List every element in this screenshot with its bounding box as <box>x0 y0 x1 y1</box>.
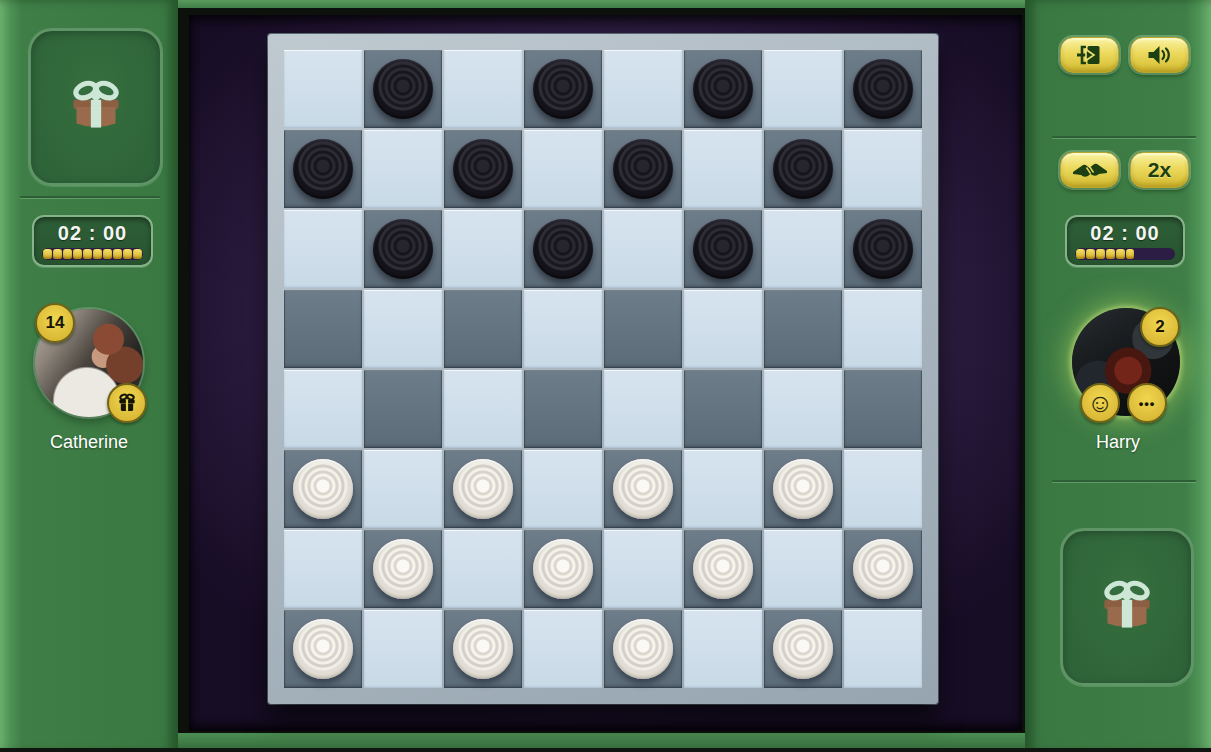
square-e4[interactable] <box>604 370 682 448</box>
right-timer-time: 02 : 00 <box>1090 222 1159 245</box>
square-d4[interactable] <box>524 370 602 448</box>
timer-segment <box>1135 249 1144 259</box>
square-c8[interactable] <box>444 50 522 128</box>
square-d8[interactable] <box>524 50 602 128</box>
white-piece[interactable] <box>293 459 353 519</box>
right-player-timer: 02 : 00 <box>1065 215 1185 267</box>
square-b1[interactable] <box>364 610 442 688</box>
square-b6[interactable] <box>364 210 442 288</box>
square-g1[interactable] <box>764 610 842 688</box>
black-piece[interactable] <box>693 59 753 119</box>
right-divider-bottom <box>1052 480 1196 482</box>
white-piece[interactable] <box>853 539 913 599</box>
square-g5[interactable] <box>764 290 842 368</box>
square-a2[interactable] <box>284 530 362 608</box>
square-b8[interactable] <box>364 50 442 128</box>
square-a1[interactable] <box>284 610 362 688</box>
white-piece[interactable] <box>613 459 673 519</box>
handshake-icon <box>1072 158 1108 182</box>
timer-segment <box>53 249 62 259</box>
black-piece[interactable] <box>533 219 593 279</box>
right-sidebar: 2x 02 : 00 2 ☺ ••• Harry <box>1025 0 1211 752</box>
right-player-level-badge: 2 <box>1140 307 1180 347</box>
square-a7[interactable] <box>284 130 362 208</box>
timer-segment <box>1155 249 1164 259</box>
timer-segment <box>1086 249 1095 259</box>
game-stage <box>178 0 1025 752</box>
left-sidebar: 02 : 00 14 Catherine <box>0 0 178 752</box>
square-g3[interactable] <box>764 450 842 528</box>
board-grid <box>284 50 922 688</box>
double-button-label: 2x <box>1148 158 1171 182</box>
square-c4[interactable] <box>444 370 522 448</box>
square-a6[interactable] <box>284 210 362 288</box>
square-h8[interactable] <box>844 50 922 128</box>
square-e1[interactable] <box>604 610 682 688</box>
draw-offer-button[interactable] <box>1060 152 1119 188</box>
stage-top-edge <box>178 0 1025 8</box>
black-piece[interactable] <box>853 59 913 119</box>
checkers-game-app: 02 : 00 14 Catherine <box>0 0 1211 752</box>
black-piece[interactable] <box>373 59 433 119</box>
square-c3[interactable] <box>444 450 522 528</box>
square-d2[interactable] <box>524 530 602 608</box>
square-e6[interactable] <box>604 210 682 288</box>
checkers-board <box>268 34 938 704</box>
square-f7[interactable] <box>684 130 762 208</box>
right-timer-progress <box>1075 248 1175 260</box>
exit-door-icon <box>1075 43 1105 67</box>
square-b5[interactable] <box>364 290 442 368</box>
timer-segment <box>133 249 142 259</box>
square-d1[interactable] <box>524 610 602 688</box>
black-piece[interactable] <box>373 219 433 279</box>
stage-bottom-edge <box>178 733 1025 748</box>
square-e8[interactable] <box>604 50 682 128</box>
more-options-button[interactable]: ••• <box>1127 383 1167 423</box>
gift-badge-button[interactable] <box>107 383 147 423</box>
timer-segment <box>123 249 132 259</box>
gift-icon <box>59 70 133 144</box>
timer-segment <box>113 249 122 259</box>
left-player-name: Catherine <box>0 432 178 453</box>
black-piece[interactable] <box>453 139 513 199</box>
double-button[interactable]: 2x <box>1130 152 1189 188</box>
timer-segment <box>63 249 72 259</box>
square-b3[interactable] <box>364 450 442 528</box>
square-d6[interactable] <box>524 210 602 288</box>
square-f4[interactable] <box>684 370 762 448</box>
black-piece[interactable] <box>533 59 593 119</box>
sound-button[interactable] <box>1130 37 1189 73</box>
left-divider <box>20 196 160 198</box>
right-player-name: Harry <box>1025 432 1211 453</box>
white-piece[interactable] <box>533 539 593 599</box>
square-e2[interactable] <box>604 530 682 608</box>
square-g7[interactable] <box>764 130 842 208</box>
square-d7[interactable] <box>524 130 602 208</box>
right-level-value: 2 <box>1155 317 1164 337</box>
square-f2[interactable] <box>684 530 762 608</box>
black-piece[interactable] <box>293 139 353 199</box>
white-piece[interactable] <box>293 619 353 679</box>
timer-segment <box>83 249 92 259</box>
square-e3[interactable] <box>604 450 682 528</box>
timer-segment <box>1165 249 1174 259</box>
white-piece[interactable] <box>773 459 833 519</box>
square-f3[interactable] <box>684 450 762 528</box>
square-f1[interactable] <box>684 610 762 688</box>
square-f8[interactable] <box>684 50 762 128</box>
exit-button[interactable] <box>1060 37 1119 73</box>
square-f5[interactable] <box>684 290 762 368</box>
square-a8[interactable] <box>284 50 362 128</box>
square-g8[interactable] <box>764 50 842 128</box>
gift-badge-icon <box>116 392 138 414</box>
square-b7[interactable] <box>364 130 442 208</box>
timer-segment <box>1145 249 1154 259</box>
square-g2[interactable] <box>764 530 842 608</box>
left-timer-progress <box>42 248 143 260</box>
smiley-icon: ☺ <box>1087 390 1114 416</box>
square-d3[interactable] <box>524 450 602 528</box>
square-e7[interactable] <box>604 130 682 208</box>
square-h7[interactable] <box>844 130 922 208</box>
timer-segment <box>1076 249 1085 259</box>
right-divider-top <box>1052 136 1196 138</box>
left-player-level-badge: 14 <box>35 303 75 343</box>
black-piece[interactable] <box>773 139 833 199</box>
timer-segment <box>1096 249 1105 259</box>
timer-segment <box>43 249 52 259</box>
square-c1[interactable] <box>444 610 522 688</box>
white-piece[interactable] <box>613 619 673 679</box>
left-timer-time: 02 : 00 <box>58 222 127 245</box>
timer-segment <box>103 249 112 259</box>
speaker-icon <box>1146 43 1173 67</box>
white-piece[interactable] <box>453 619 513 679</box>
square-b2[interactable] <box>364 530 442 608</box>
square-g6[interactable] <box>764 210 842 288</box>
send-gift-button-left[interactable] <box>28 28 163 186</box>
emoji-button[interactable]: ☺ <box>1080 383 1120 423</box>
square-g4[interactable] <box>764 370 842 448</box>
send-gift-button-right[interactable] <box>1060 528 1194 686</box>
square-b4[interactable] <box>364 370 442 448</box>
black-piece[interactable] <box>853 219 913 279</box>
square-a4[interactable] <box>284 370 362 448</box>
ellipsis-icon: ••• <box>1139 396 1156 411</box>
gift-icon <box>1090 570 1164 644</box>
square-h2[interactable] <box>844 530 922 608</box>
square-h6[interactable] <box>844 210 922 288</box>
white-piece[interactable] <box>453 459 513 519</box>
square-a3[interactable] <box>284 450 362 528</box>
left-player-timer: 02 : 00 <box>32 215 153 267</box>
white-piece[interactable] <box>693 539 753 599</box>
square-e5[interactable] <box>604 290 682 368</box>
white-piece[interactable] <box>373 539 433 599</box>
square-h4[interactable] <box>844 370 922 448</box>
square-h1[interactable] <box>844 610 922 688</box>
square-f6[interactable] <box>684 210 762 288</box>
timer-segment <box>93 249 102 259</box>
square-c2[interactable] <box>444 530 522 608</box>
square-a5[interactable] <box>284 290 362 368</box>
square-c6[interactable] <box>444 210 522 288</box>
square-c5[interactable] <box>444 290 522 368</box>
square-c7[interactable] <box>444 130 522 208</box>
left-level-value: 14 <box>46 313 65 333</box>
timer-segment <box>1116 249 1125 259</box>
square-h3[interactable] <box>844 450 922 528</box>
timer-segment <box>1106 249 1115 259</box>
black-piece[interactable] <box>613 139 673 199</box>
timer-segment <box>73 249 82 259</box>
timer-segment <box>1126 249 1135 259</box>
black-piece[interactable] <box>693 219 753 279</box>
white-piece[interactable] <box>773 619 833 679</box>
square-h5[interactable] <box>844 290 922 368</box>
square-d5[interactable] <box>524 290 602 368</box>
